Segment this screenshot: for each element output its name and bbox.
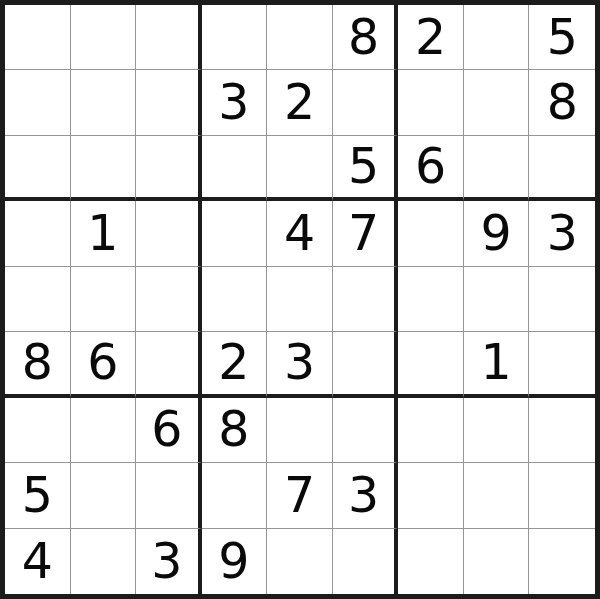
given-digit: 2 xyxy=(284,74,315,131)
cell-r2c8[interactable] xyxy=(464,70,530,135)
cell-r3c6[interactable]: 5 xyxy=(333,136,399,201)
cell-r2c9[interactable]: 8 xyxy=(529,70,595,135)
cell-r5c5[interactable] xyxy=(267,267,333,332)
cell-r5c9[interactable] xyxy=(529,267,595,332)
cell-r7c3[interactable]: 6 xyxy=(136,398,202,463)
cell-r4c8[interactable]: 9 xyxy=(464,201,530,266)
given-digit: 2 xyxy=(218,334,249,391)
cell-r4c9[interactable]: 3 xyxy=(529,201,595,266)
cell-r5c7[interactable] xyxy=(398,267,464,332)
cell-r4c4[interactable] xyxy=(202,201,268,266)
given-digit: 3 xyxy=(284,334,315,391)
cell-r9c3[interactable]: 3 xyxy=(136,529,202,594)
cell-r6c4[interactable]: 2 xyxy=(202,332,268,397)
cell-r7c8[interactable] xyxy=(464,398,530,463)
cell-r6c1[interactable]: 8 xyxy=(5,332,71,397)
cell-r4c5[interactable]: 4 xyxy=(267,201,333,266)
given-digit: 6 xyxy=(415,138,446,195)
given-digit: 2 xyxy=(415,9,446,66)
given-digit: 8 xyxy=(348,9,379,66)
cell-r6c7[interactable] xyxy=(398,332,464,397)
cell-r5c1[interactable] xyxy=(5,267,71,332)
cell-r2c1[interactable] xyxy=(5,70,71,135)
cell-r2c7[interactable] xyxy=(398,70,464,135)
cell-r4c7[interactable] xyxy=(398,201,464,266)
cell-r1c8[interactable] xyxy=(464,5,530,70)
cell-r8c2[interactable] xyxy=(71,463,137,528)
cell-r9c6[interactable] xyxy=(333,529,399,594)
given-digit: 9 xyxy=(218,533,249,590)
cell-r3c3[interactable] xyxy=(136,136,202,201)
cell-r5c8[interactable] xyxy=(464,267,530,332)
given-digit: 4 xyxy=(22,533,53,590)
given-digit: 3 xyxy=(218,74,249,131)
cell-r7c9[interactable] xyxy=(529,398,595,463)
cell-r7c1[interactable] xyxy=(5,398,71,463)
cell-r8c5[interactable]: 7 xyxy=(267,463,333,528)
cell-r2c5[interactable]: 2 xyxy=(267,70,333,135)
cell-r7c2[interactable] xyxy=(71,398,137,463)
given-digit: 7 xyxy=(348,205,379,262)
cell-r9c2[interactable] xyxy=(71,529,137,594)
cell-r8c1[interactable]: 5 xyxy=(5,463,71,528)
cell-r1c7[interactable]: 2 xyxy=(398,5,464,70)
cell-r9c4[interactable]: 9 xyxy=(202,529,268,594)
cell-r3c5[interactable] xyxy=(267,136,333,201)
cell-r6c5[interactable]: 3 xyxy=(267,332,333,397)
cell-r6c8[interactable]: 1 xyxy=(464,332,530,397)
cell-r1c3[interactable] xyxy=(136,5,202,70)
given-digit: 3 xyxy=(547,205,578,262)
cell-r6c2[interactable]: 6 xyxy=(71,332,137,397)
given-digit: 4 xyxy=(284,205,315,262)
cell-r5c6[interactable] xyxy=(333,267,399,332)
given-digit: 5 xyxy=(547,9,578,66)
cell-r7c5[interactable] xyxy=(267,398,333,463)
cell-r1c4[interactable] xyxy=(202,5,268,70)
cell-r8c9[interactable] xyxy=(529,463,595,528)
cell-r8c7[interactable] xyxy=(398,463,464,528)
cell-r9c1[interactable]: 4 xyxy=(5,529,71,594)
cell-r1c6[interactable]: 8 xyxy=(333,5,399,70)
cell-r2c4[interactable]: 3 xyxy=(202,70,268,135)
given-digit: 3 xyxy=(348,467,379,524)
cell-r2c6[interactable] xyxy=(333,70,399,135)
cell-r1c9[interactable]: 5 xyxy=(529,5,595,70)
given-digit: 8 xyxy=(218,401,249,458)
given-digit: 6 xyxy=(87,334,118,391)
given-digit: 3 xyxy=(151,533,182,590)
cell-r7c4[interactable]: 8 xyxy=(202,398,268,463)
cell-r5c3[interactable] xyxy=(136,267,202,332)
cell-r1c2[interactable] xyxy=(71,5,137,70)
cell-r9c7[interactable] xyxy=(398,529,464,594)
cell-r3c2[interactable] xyxy=(71,136,137,201)
given-digit: 1 xyxy=(481,334,512,391)
cell-r6c6[interactable] xyxy=(333,332,399,397)
cell-r7c6[interactable] xyxy=(333,398,399,463)
cell-r9c8[interactable] xyxy=(464,529,530,594)
given-digit: 7 xyxy=(284,467,315,524)
cell-r8c3[interactable] xyxy=(136,463,202,528)
cell-r9c5[interactable] xyxy=(267,529,333,594)
given-digit: 9 xyxy=(481,205,512,262)
cell-r9c9[interactable] xyxy=(529,529,595,594)
cell-r2c3[interactable] xyxy=(136,70,202,135)
cell-r3c7[interactable]: 6 xyxy=(398,136,464,201)
given-digit: 8 xyxy=(547,74,578,131)
cell-r4c6[interactable]: 7 xyxy=(333,201,399,266)
cell-r1c1[interactable] xyxy=(5,5,71,70)
given-digit: 5 xyxy=(348,138,379,195)
cell-r4c3[interactable] xyxy=(136,201,202,266)
cell-r6c9[interactable] xyxy=(529,332,595,397)
cell-r3c1[interactable] xyxy=(5,136,71,201)
given-digit: 1 xyxy=(87,205,118,262)
cell-r4c1[interactable] xyxy=(5,201,71,266)
cell-r2c2[interactable] xyxy=(71,70,137,135)
cell-r5c2[interactable] xyxy=(71,267,137,332)
cell-r8c6[interactable]: 3 xyxy=(333,463,399,528)
given-digit: 8 xyxy=(22,334,53,391)
cell-r8c4[interactable] xyxy=(202,463,268,528)
cell-r3c4[interactable] xyxy=(202,136,268,201)
cell-r5c4[interactable] xyxy=(202,267,268,332)
given-digit: 5 xyxy=(22,467,53,524)
cell-r3c9[interactable] xyxy=(529,136,595,201)
cell-r4c2[interactable]: 1 xyxy=(71,201,137,266)
cell-r7c7[interactable] xyxy=(398,398,464,463)
cell-r1c5[interactable] xyxy=(267,5,333,70)
cell-r8c8[interactable] xyxy=(464,463,530,528)
given-digit: 6 xyxy=(151,401,182,458)
sudoku-board: 82532856147938623168573439 xyxy=(0,0,600,599)
cell-r6c3[interactable] xyxy=(136,332,202,397)
cell-r3c8[interactable] xyxy=(464,136,530,201)
